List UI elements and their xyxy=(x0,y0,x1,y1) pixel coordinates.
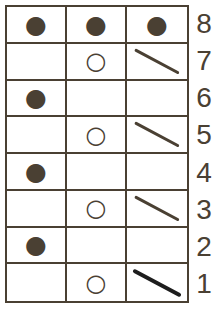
row-number-6: 6 xyxy=(189,80,219,117)
dot-symbol: ● xyxy=(25,85,47,110)
row-number-5: 5 xyxy=(189,117,219,154)
chart-grid: ●●●○●○●○●○ xyxy=(5,5,189,303)
row-number-2: 2 xyxy=(189,229,219,266)
cell-r6-c1: ● xyxy=(7,81,67,118)
cell-r5-c3 xyxy=(127,117,187,154)
cell-r2-c2 xyxy=(67,228,127,265)
dot-symbol: ● xyxy=(25,232,47,257)
cell-r4-c1: ● xyxy=(7,154,67,191)
cell-r5-c2: ○ xyxy=(67,117,127,154)
circle-symbol: ○ xyxy=(86,196,107,220)
cell-r7-c1 xyxy=(7,44,67,81)
cell-r6-c3 xyxy=(127,81,187,118)
cell-r7-c3 xyxy=(127,44,187,81)
dot-symbol: ● xyxy=(146,12,168,37)
cell-r4-c2 xyxy=(67,154,127,191)
circle-symbol: ○ xyxy=(86,123,107,147)
cell-r5-c1 xyxy=(7,117,67,154)
dot-symbol: ● xyxy=(25,12,47,37)
circle-symbol: ○ xyxy=(86,271,107,295)
cell-r1-c3 xyxy=(127,264,187,301)
row-numbers: 87654321 xyxy=(189,5,219,303)
cell-r3-c2: ○ xyxy=(67,191,127,228)
row-number-8: 8 xyxy=(189,5,219,42)
circle-symbol: ○ xyxy=(86,49,107,73)
diagonal-decrease-line-bold xyxy=(132,268,182,297)
cell-r8-c2: ● xyxy=(67,7,127,44)
row-number-1: 1 xyxy=(189,266,219,303)
cell-r2-c1: ● xyxy=(7,228,67,265)
diagonal-decrease-line xyxy=(134,48,179,74)
cell-r2-c3 xyxy=(127,228,187,265)
diagonal-decrease-line xyxy=(134,195,179,221)
cell-r4-c3 xyxy=(127,154,187,191)
cell-r7-c2: ○ xyxy=(67,44,127,81)
dot-symbol: ● xyxy=(25,159,47,184)
cell-r1-c2: ○ xyxy=(67,264,127,301)
cell-r3-c1 xyxy=(7,191,67,228)
row-number-7: 7 xyxy=(189,42,219,79)
cell-r8-c1: ● xyxy=(7,7,67,44)
diagonal-decrease-line xyxy=(134,122,179,148)
dot-symbol: ● xyxy=(85,12,107,37)
cell-r8-c3: ● xyxy=(127,7,187,44)
row-number-4: 4 xyxy=(189,154,219,191)
cell-r3-c3 xyxy=(127,191,187,228)
row-number-3: 3 xyxy=(189,191,219,228)
cell-r6-c2 xyxy=(67,81,127,118)
knitting-chart: ●●●○●○●○●○ 87654321 xyxy=(0,0,219,309)
cell-r1-c1 xyxy=(7,264,67,301)
